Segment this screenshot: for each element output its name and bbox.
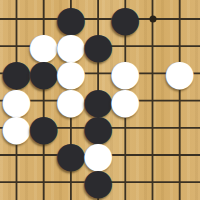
star-point	[149, 16, 156, 23]
go-board[interactable]: ●●●●●●●●●●●●●●●●●●●●	[0, 0, 200, 200]
grid-lines	[0, 0, 200, 200]
